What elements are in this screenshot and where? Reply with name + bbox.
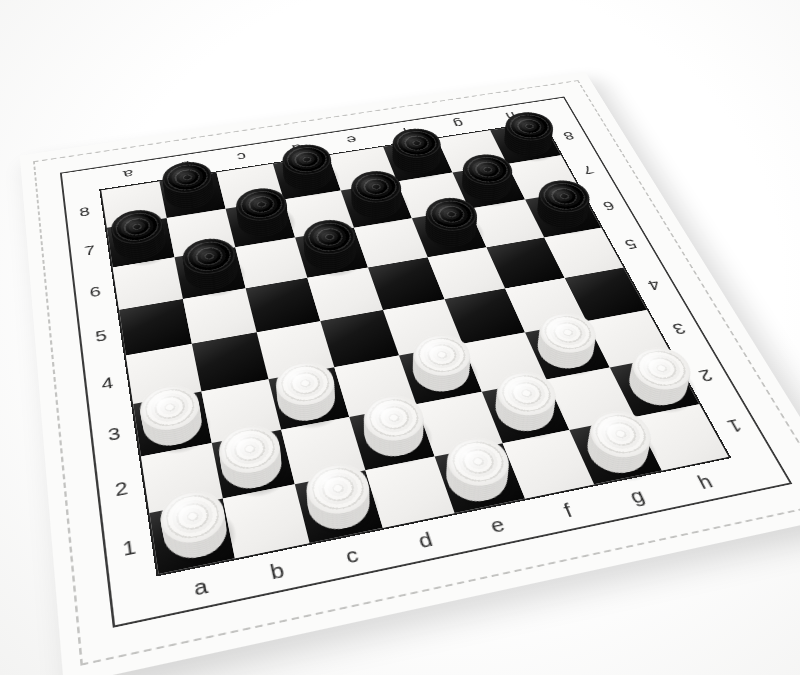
board-sheet: 88aa77bb66cc55dd44ee33ff22gg11hh xyxy=(20,72,800,675)
white-piece-g1[interactable] xyxy=(579,423,656,479)
rank-label-left-7: 7 xyxy=(68,228,112,274)
white-piece-f2[interactable] xyxy=(488,384,560,437)
black-piece-c7[interactable] xyxy=(234,202,292,241)
square-e1[interactable] xyxy=(435,443,525,513)
black-piece-a7[interactable] xyxy=(112,224,168,265)
white-piece-c3[interactable] xyxy=(273,375,340,427)
rank-label-left-6: 6 xyxy=(73,268,118,317)
white-piece-c1[interactable] xyxy=(302,475,375,535)
black-piece-b8[interactable] xyxy=(162,176,217,214)
black-piece-b6[interactable] xyxy=(182,252,241,295)
black-piece-f8[interactable] xyxy=(387,142,444,178)
square-b2[interactable] xyxy=(212,430,295,499)
white-piece-a1[interactable] xyxy=(160,502,231,564)
square-a3[interactable] xyxy=(133,392,212,457)
black-piece-f6[interactable] xyxy=(420,211,482,251)
photo-scene: 88aa77bb66cc55dd44ee33ff22gg11hh xyxy=(0,0,800,675)
checkers-board-3d: 88aa77bb66cc55dd44ee33ff22gg11hh xyxy=(20,72,800,675)
black-piece-e7[interactable] xyxy=(347,185,406,223)
white-piece-h2[interactable] xyxy=(620,360,694,411)
white-piece-a3[interactable] xyxy=(140,398,205,452)
black-piece-g7[interactable] xyxy=(456,168,516,205)
square-b6[interactable] xyxy=(175,247,246,299)
white-piece-e1[interactable] xyxy=(439,450,514,508)
black-piece-d8[interactable] xyxy=(279,158,335,195)
black-piece-d6[interactable] xyxy=(300,233,360,275)
white-piece-g3[interactable] xyxy=(530,326,600,374)
white-piece-e3[interactable] xyxy=(406,347,475,397)
white-piece-b2[interactable] xyxy=(217,438,286,495)
rank-label-left-8: 8 xyxy=(64,190,106,233)
white-piece-d2[interactable] xyxy=(358,408,429,463)
black-piece-h6[interactable] xyxy=(530,194,593,233)
